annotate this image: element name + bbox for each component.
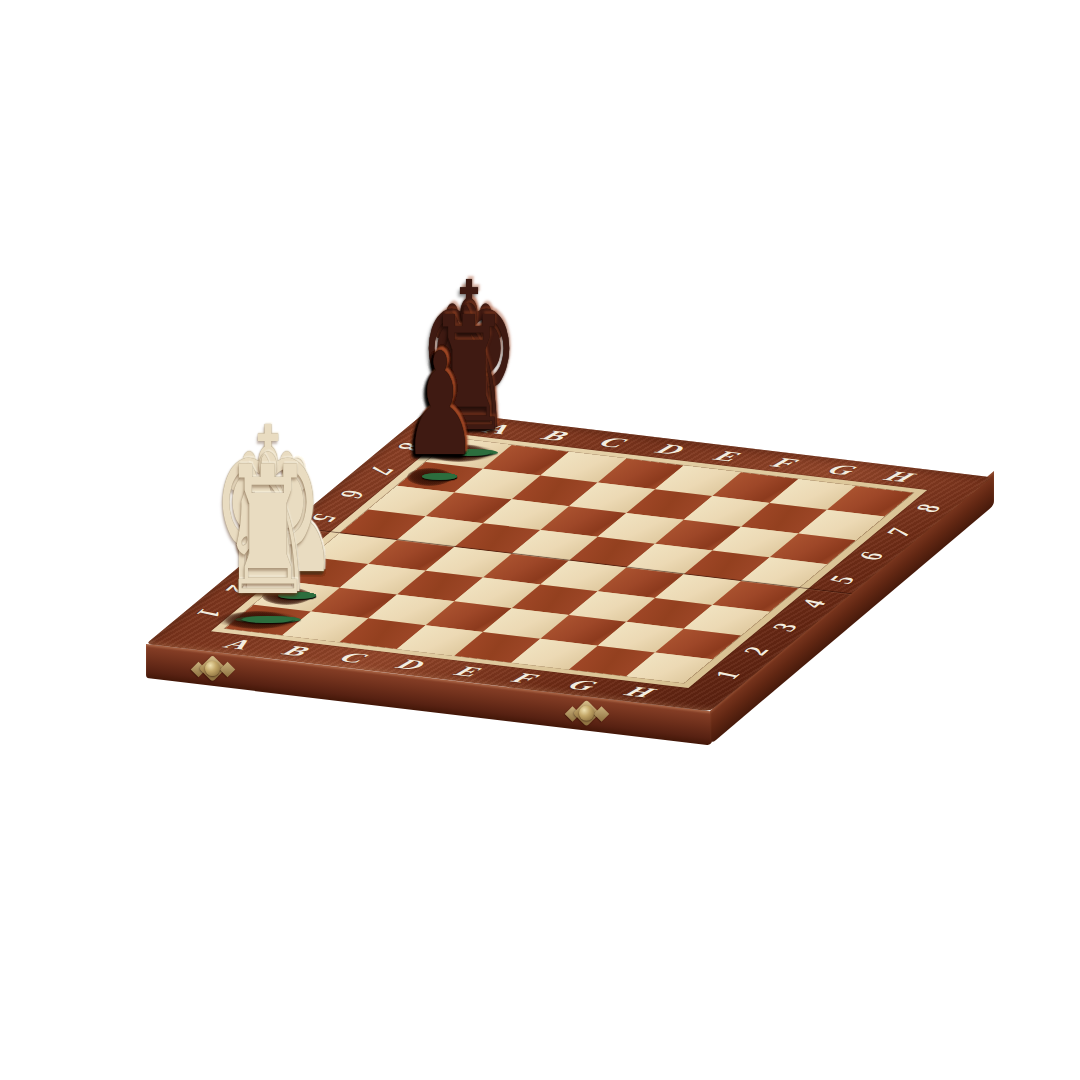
black-pawn-glyph: ♟ bbox=[403, 335, 477, 477]
white-rook-glyph: ♜ bbox=[222, 442, 315, 619]
chess-set-photo: AABBCCDDEEFFGGHH1122334455667788 ♜♞♝♛♚♝♞… bbox=[0, 0, 1080, 1080]
pieces-layer: ♜♞♝♛♚♝♞♜♟♟♟♟♟♟♟♟♟♟♟♟♟♟♟♟♜♞♝♛♚♝♞♜ bbox=[0, 0, 1080, 1080]
